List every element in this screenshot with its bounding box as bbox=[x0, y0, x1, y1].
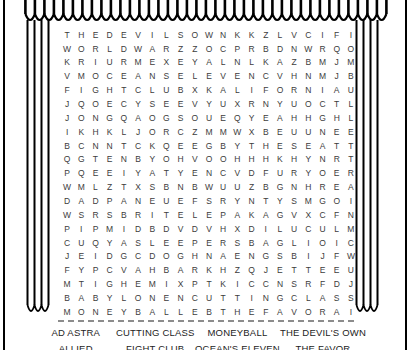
grid-cell: C bbox=[259, 277, 273, 291]
grid-cell: E bbox=[273, 139, 287, 153]
grid-cell: M bbox=[60, 305, 74, 319]
grid-cell: F bbox=[315, 277, 329, 291]
grid-cell: N bbox=[344, 208, 358, 222]
grid-cell: M bbox=[202, 125, 216, 139]
grid-cell: T bbox=[74, 277, 88, 291]
grid-cell: X bbox=[159, 56, 173, 70]
grid-cell: Y bbox=[131, 167, 145, 181]
grid-cell: X bbox=[230, 97, 244, 111]
grid-cell: B bbox=[117, 208, 131, 222]
grid-cell: P bbox=[88, 264, 102, 278]
grid-cell: C bbox=[315, 97, 329, 111]
grid-cell: E bbox=[330, 264, 344, 278]
grid-cell: T bbox=[244, 139, 258, 153]
grid-cell: W bbox=[131, 42, 145, 56]
grid-cell: B bbox=[259, 125, 273, 139]
grid-cell: G bbox=[74, 153, 88, 167]
grid-cell: L bbox=[273, 28, 287, 42]
grid-cell: T bbox=[159, 208, 173, 222]
grid-cell: N bbox=[230, 56, 244, 70]
grid-cell: E bbox=[244, 305, 258, 319]
grid-cell: M bbox=[216, 125, 230, 139]
grid-cell: R bbox=[315, 305, 329, 319]
grid-cell: Z bbox=[287, 56, 301, 70]
grid-cell: M bbox=[145, 277, 159, 291]
grid-cell: N bbox=[244, 194, 258, 208]
grid-cell: O bbox=[202, 153, 216, 167]
grid-cell: E bbox=[145, 56, 159, 70]
grid-cell: I bbox=[301, 236, 315, 250]
grid-cell: S bbox=[174, 111, 188, 125]
grid-cell: E bbox=[315, 264, 329, 278]
grid-cell: J bbox=[330, 70, 344, 84]
grid-cell: G bbox=[159, 111, 173, 125]
grid-cell: D bbox=[117, 42, 131, 56]
grid-cell: W bbox=[60, 42, 74, 56]
grid-cell: M bbox=[344, 222, 358, 236]
grid-cell: C bbox=[131, 250, 145, 264]
grid-cell: Y bbox=[230, 194, 244, 208]
grid-cell: A bbox=[131, 70, 145, 84]
grid-cell: A bbox=[74, 194, 88, 208]
grid-cell: S bbox=[145, 180, 159, 194]
grid-cell: O bbox=[159, 153, 173, 167]
grid-cell: T bbox=[330, 97, 344, 111]
grid-cell: B bbox=[344, 70, 358, 84]
grid-cell: Z bbox=[188, 125, 202, 139]
grid-cell: X bbox=[301, 208, 315, 222]
grid-cell: H bbox=[216, 264, 230, 278]
grid-cell: Q bbox=[159, 139, 173, 153]
grid-cell: A bbox=[259, 236, 273, 250]
grid-cell: O bbox=[344, 42, 358, 56]
grid-cell: J bbox=[344, 277, 358, 291]
grid-cell: O bbox=[301, 305, 315, 319]
grid-cell: V bbox=[202, 222, 216, 236]
grid-cell: A bbox=[117, 194, 131, 208]
grid-cell: B bbox=[188, 180, 202, 194]
word-list-item: MONEYBALL bbox=[195, 324, 280, 340]
grid-cell: E bbox=[145, 194, 159, 208]
grid-cell: C bbox=[74, 139, 88, 153]
grid-cell: R bbox=[301, 277, 315, 291]
grid-cell: H bbox=[287, 111, 301, 125]
grid-cell: P bbox=[60, 222, 74, 236]
grid-cell: E bbox=[202, 70, 216, 84]
grid-cell: H bbox=[174, 153, 188, 167]
grid-cell: O bbox=[216, 153, 230, 167]
grid-cell: B bbox=[60, 139, 74, 153]
grid-cell: K bbox=[259, 56, 273, 70]
grid-cell: D bbox=[273, 42, 287, 56]
grid-cell: M bbox=[74, 180, 88, 194]
grid-cell: C bbox=[216, 42, 230, 56]
grid-cell: A bbox=[131, 264, 145, 278]
grid-cell: S bbox=[202, 194, 216, 208]
grid-cell: N bbox=[88, 305, 102, 319]
grid-cell: L bbox=[273, 222, 287, 236]
grid-cell: V bbox=[117, 264, 131, 278]
grid-cell: F bbox=[330, 250, 344, 264]
grid-cell: R bbox=[315, 42, 329, 56]
grid-cell: T bbox=[117, 180, 131, 194]
grid-cell: W bbox=[202, 180, 216, 194]
grid-cell: U bbox=[273, 167, 287, 181]
grid-cell: D bbox=[188, 222, 202, 236]
word-list-item: THE DEVIL'S OWN bbox=[280, 324, 366, 340]
grid-cell: C bbox=[103, 70, 117, 84]
grid-cell: Y bbox=[188, 56, 202, 70]
grid-cell: I bbox=[330, 236, 344, 250]
grid-cell: D bbox=[145, 250, 159, 264]
grid-cell: E bbox=[202, 208, 216, 222]
grid-cell: I bbox=[344, 305, 358, 319]
grid-cell: Y bbox=[273, 194, 287, 208]
grid-cell: U bbox=[344, 264, 358, 278]
grid-cell: S bbox=[131, 236, 145, 250]
grid-cell: O bbox=[131, 291, 145, 305]
grid-cell: L bbox=[103, 42, 117, 56]
grid-cell: U bbox=[344, 83, 358, 97]
grid-cell: V bbox=[174, 222, 188, 236]
grid-cell: H bbox=[230, 153, 244, 167]
grid-cell: Y bbox=[131, 97, 145, 111]
grid-cell: A bbox=[259, 208, 273, 222]
grid-cell: F bbox=[188, 194, 202, 208]
grid-cell: C bbox=[315, 208, 329, 222]
grid-cell: I bbox=[344, 194, 358, 208]
grid-cell: V bbox=[287, 208, 301, 222]
grid-cell: N bbox=[88, 139, 102, 153]
grid-cell: I bbox=[315, 28, 329, 42]
grid-cell: E bbox=[344, 125, 358, 139]
letter-grid: THEDEVILSOWNKKZLVCIFIWORLDWARZZOCPRBDNWR… bbox=[60, 28, 358, 319]
grid-cell: U bbox=[287, 97, 301, 111]
grid-cell: I bbox=[117, 167, 131, 181]
grid-cell: C bbox=[60, 236, 74, 250]
grid-cell: C bbox=[188, 291, 202, 305]
grid-cell: E bbox=[103, 153, 117, 167]
grid-cell: L bbox=[159, 28, 173, 42]
grid-cell: K bbox=[216, 277, 230, 291]
grid-cell: S bbox=[273, 250, 287, 264]
grid-cell: K bbox=[202, 264, 216, 278]
grid-cell: R bbox=[74, 56, 88, 70]
grid-cell: H bbox=[230, 305, 244, 319]
grid-cell: R bbox=[315, 180, 329, 194]
grid-cell: O bbox=[330, 194, 344, 208]
grid-cell: P bbox=[216, 208, 230, 222]
grid-cell: Z bbox=[259, 28, 273, 42]
grid-cell: T bbox=[344, 153, 358, 167]
grid-cell: K bbox=[74, 125, 88, 139]
word-list-item: FIGHT CLUB bbox=[116, 340, 196, 350]
grid-cell: C bbox=[117, 97, 131, 111]
grid-cell: G bbox=[315, 194, 329, 208]
grid-cell: M bbox=[301, 194, 315, 208]
grid-cell: D bbox=[88, 194, 102, 208]
grid-cell: R bbox=[344, 167, 358, 181]
grid-cell: X bbox=[244, 125, 258, 139]
grid-cell: Q bbox=[244, 264, 258, 278]
grid-cell: E bbox=[301, 139, 315, 153]
grid-cell: Q bbox=[117, 111, 131, 125]
grid-cell: J bbox=[60, 250, 74, 264]
grid-cell: E bbox=[159, 291, 173, 305]
grid-cell: H bbox=[103, 83, 117, 97]
grid-cell: C bbox=[103, 264, 117, 278]
grid-cell: A bbox=[216, 83, 230, 97]
grid-cell: E bbox=[174, 139, 188, 153]
grid-cell: N bbox=[287, 180, 301, 194]
grid-cell: G bbox=[103, 277, 117, 291]
grid-cell: N bbox=[287, 42, 301, 56]
grid-cell: E bbox=[330, 180, 344, 194]
word-list-item: ALLIED bbox=[36, 340, 116, 350]
grid-cell: F bbox=[259, 305, 273, 319]
grid-cell: Z bbox=[103, 180, 117, 194]
grid-cell: H bbox=[287, 70, 301, 84]
grid-cell: C bbox=[301, 222, 315, 236]
grid-cell: R bbox=[188, 264, 202, 278]
grid-cell: Q bbox=[60, 153, 74, 167]
grid-cell: G bbox=[174, 250, 188, 264]
grid-cell: B bbox=[259, 180, 273, 194]
grid-cell: A bbox=[330, 305, 344, 319]
grid-cell: C bbox=[174, 125, 188, 139]
grid-cell: E bbox=[103, 97, 117, 111]
grid-cell: Y bbox=[103, 291, 117, 305]
grid-cell: R bbox=[159, 125, 173, 139]
grid-cell: L bbox=[344, 111, 358, 125]
grid-cell: B bbox=[174, 83, 188, 97]
grid-cell: T bbox=[301, 264, 315, 278]
grid-cell: P bbox=[60, 167, 74, 181]
grid-cell: V bbox=[188, 153, 202, 167]
grid-cell: F bbox=[330, 208, 344, 222]
grid-cell: L bbox=[117, 125, 131, 139]
grid-cell: S bbox=[230, 236, 244, 250]
grid-cell: L bbox=[330, 222, 344, 236]
grid-cell: B bbox=[131, 305, 145, 319]
grid-cell: Y bbox=[244, 111, 258, 125]
grid-cell: H bbox=[117, 277, 131, 291]
grid-cell: O bbox=[273, 83, 287, 97]
grid-cell: D bbox=[244, 167, 258, 181]
grid-cell: V bbox=[131, 28, 145, 42]
divider-dashed-line bbox=[58, 320, 354, 322]
grid-cell: G bbox=[273, 236, 287, 250]
grid-cell: J bbox=[60, 111, 74, 125]
grid-cell: E bbox=[117, 70, 131, 84]
grid-cell: W bbox=[230, 125, 244, 139]
grid-cell: H bbox=[74, 28, 88, 42]
grid-cell: I bbox=[145, 208, 159, 222]
grid-cell: C bbox=[301, 28, 315, 42]
grid-cell: A bbox=[330, 83, 344, 97]
grid-cell: I bbox=[244, 291, 258, 305]
grid-cell: T bbox=[216, 291, 230, 305]
grid-cell: E bbox=[216, 111, 230, 125]
grid-cell: I bbox=[344, 28, 358, 42]
grid-cell: N bbox=[259, 291, 273, 305]
grid-cell: T bbox=[159, 167, 173, 181]
grid-cell: P bbox=[88, 222, 102, 236]
grid-cell: D bbox=[131, 222, 145, 236]
grid-cell: A bbox=[273, 111, 287, 125]
grid-cell: Y bbox=[301, 167, 315, 181]
grid-cell: Y bbox=[301, 153, 315, 167]
grid-cell: N bbox=[117, 153, 131, 167]
grid-cell: L bbox=[216, 56, 230, 70]
grid-cell: N bbox=[145, 291, 159, 305]
grid-cell: Q bbox=[330, 42, 344, 56]
grid-cell: X bbox=[188, 83, 202, 97]
grid-cell: B bbox=[287, 250, 301, 264]
grid-cell: G bbox=[273, 291, 287, 305]
grid-cell: I bbox=[117, 222, 131, 236]
grid-cell: K bbox=[244, 208, 258, 222]
grid-cell: N bbox=[88, 111, 102, 125]
grid-cell: J bbox=[315, 250, 329, 264]
grid-cell: E bbox=[174, 194, 188, 208]
curtain-left-decoration bbox=[26, 20, 52, 318]
grid-cell: U bbox=[159, 83, 173, 97]
grid-cell: I bbox=[74, 222, 88, 236]
grid-cell: N bbox=[244, 250, 258, 264]
grid-cell: L bbox=[301, 291, 315, 305]
grid-cell: M bbox=[315, 70, 329, 84]
grid-cell: D bbox=[159, 222, 173, 236]
grid-cell: H bbox=[216, 222, 230, 236]
grid-cell: C bbox=[216, 167, 230, 181]
grid-cell: A bbox=[117, 236, 131, 250]
grid-cell: S bbox=[287, 277, 301, 291]
grid-cell: Y bbox=[145, 153, 159, 167]
grid-cell: H bbox=[88, 125, 102, 139]
grid-cell: H bbox=[145, 264, 159, 278]
grid-cell: I bbox=[315, 83, 329, 97]
grid-cell: G bbox=[273, 180, 287, 194]
grid-cell: T bbox=[88, 153, 102, 167]
grid-cell: B bbox=[88, 291, 102, 305]
grid-cell: I bbox=[88, 250, 102, 264]
grid-cell: L bbox=[88, 180, 102, 194]
grid-cell: K bbox=[273, 153, 287, 167]
grid-cell: Q bbox=[74, 97, 88, 111]
grid-cell: V bbox=[188, 97, 202, 111]
grid-cell: I bbox=[88, 277, 102, 291]
grid-cell: R bbox=[216, 194, 230, 208]
grid-cell: I bbox=[60, 125, 74, 139]
word-list-item: AD ASTRA bbox=[36, 324, 116, 340]
grid-cell: F bbox=[330, 28, 344, 42]
grid-cell: S bbox=[103, 208, 117, 222]
grid-cell: X bbox=[131, 180, 145, 194]
grid-cell: K bbox=[230, 28, 244, 42]
grid-cell: N bbox=[301, 83, 315, 97]
grid-cell: V bbox=[230, 167, 244, 181]
grid-cell: T bbox=[230, 291, 244, 305]
grid-cell: T bbox=[60, 28, 74, 42]
grid-cell: F bbox=[259, 167, 273, 181]
grid-cell: E bbox=[259, 111, 273, 125]
grid-cell: N bbox=[259, 97, 273, 111]
grid-cell: L bbox=[188, 208, 202, 222]
grid-cell: J bbox=[330, 56, 344, 70]
grid-cell: E bbox=[174, 56, 188, 70]
grid-cell: S bbox=[287, 139, 301, 153]
grid-cell: K bbox=[145, 139, 159, 153]
grid-cell: G bbox=[273, 208, 287, 222]
grid-cell: R bbox=[216, 236, 230, 250]
grid-cell: K bbox=[202, 83, 216, 97]
grid-cell: Z bbox=[230, 264, 244, 278]
grid-cell: S bbox=[145, 97, 159, 111]
grid-cell: O bbox=[74, 42, 88, 56]
grid-cell: N bbox=[174, 180, 188, 194]
grid-cell: N bbox=[145, 70, 159, 84]
grid-cell: L bbox=[145, 236, 159, 250]
grid-cell: G bbox=[315, 111, 329, 125]
grid-cell: S bbox=[330, 291, 344, 305]
grid-cell: Z bbox=[244, 180, 258, 194]
grid-cell: J bbox=[60, 97, 74, 111]
grid-cell: B bbox=[216, 139, 230, 153]
grid-cell: A bbox=[344, 180, 358, 194]
grid-cell: I bbox=[159, 277, 173, 291]
grid-cell: A bbox=[131, 111, 145, 125]
grid-cell: E bbox=[330, 125, 344, 139]
grid-cell: O bbox=[74, 305, 88, 319]
grid-cell: P bbox=[188, 277, 202, 291]
grid-cell: E bbox=[88, 28, 102, 42]
grid-cell: Q bbox=[74, 167, 88, 181]
grid-cell: E bbox=[103, 167, 117, 181]
grid-cell: A bbox=[74, 291, 88, 305]
grid-cell: N bbox=[202, 250, 216, 264]
grid-cell: C bbox=[244, 277, 258, 291]
grid-cell: L bbox=[174, 305, 188, 319]
grid-cell: O bbox=[74, 111, 88, 125]
grid-cell: D bbox=[60, 194, 74, 208]
grid-cell: X bbox=[230, 222, 244, 236]
grid-cell: D bbox=[103, 250, 117, 264]
grid-cell: S bbox=[287, 194, 301, 208]
grid-cell: I bbox=[230, 277, 244, 291]
frame-right-border bbox=[405, 0, 407, 350]
grid-cell: F bbox=[60, 83, 74, 97]
grid-cell: U bbox=[159, 194, 173, 208]
grid-cell: R bbox=[287, 167, 301, 181]
grid-cell: A bbox=[145, 42, 159, 56]
grid-cell: V bbox=[287, 305, 301, 319]
grid-cell: O bbox=[145, 125, 159, 139]
grid-cell: U bbox=[230, 180, 244, 194]
grid-cell: E bbox=[174, 70, 188, 84]
grid-cell: U bbox=[202, 111, 216, 125]
grid-cell: T bbox=[202, 277, 216, 291]
grid-cell: G bbox=[103, 111, 117, 125]
grid-cell: R bbox=[88, 208, 102, 222]
grid-cell: M bbox=[344, 56, 358, 70]
grid-cell: K bbox=[60, 56, 74, 70]
grid-cell: L bbox=[230, 83, 244, 97]
grid-cell: O bbox=[159, 250, 173, 264]
grid-cell: D bbox=[103, 28, 117, 42]
grid-cell: N bbox=[174, 291, 188, 305]
grid-cell: H bbox=[259, 139, 273, 153]
